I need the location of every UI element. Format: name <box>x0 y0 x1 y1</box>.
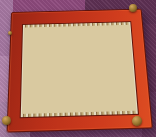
chessboard-photo <box>9 5 147 129</box>
brass-knob-bottom-right <box>132 116 142 126</box>
brass-knob-bottom-left <box>2 116 11 125</box>
brass-knob-top-right <box>129 4 137 12</box>
board <box>22 25 137 114</box>
brass-clasp-left <box>8 31 12 35</box>
board-trim <box>20 21 139 118</box>
board-frame <box>7 9 153 133</box>
